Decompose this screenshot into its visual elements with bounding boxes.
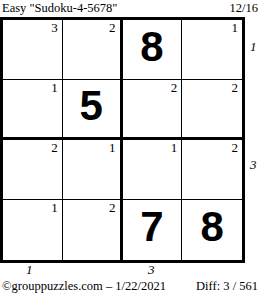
cell-r4c1[interactable]: 1 — [3, 200, 63, 260]
cell-r1c3: 8 — [123, 20, 183, 80]
given-digit: 8 — [123, 20, 182, 79]
cell-r2c3[interactable]: 2 — [123, 80, 183, 140]
cell-r4c4: 8 — [182, 200, 242, 260]
corner-mark: 1 — [171, 140, 178, 155]
corner-mark: 1 — [51, 80, 58, 95]
row-label-1: 1 — [250, 39, 257, 55]
corner-mark: 1 — [51, 200, 58, 215]
col-label-1: 1 — [26, 262, 33, 278]
sudoku-board: 3 2 8 1 1 5 2 2 2 — [0, 17, 245, 263]
titlebar: Easy "Sudoku-4-5678" 12/16 — [0, 1, 260, 17]
corner-mark: 2 — [51, 140, 58, 155]
corner-mark: 3 — [51, 20, 58, 35]
corner-mark: 1 — [109, 140, 116, 155]
given-digit: 7 — [123, 200, 182, 260]
footer: ©grouppuzzles.com – 1/22/2021 Diff: 3 / … — [0, 279, 260, 294]
corner-mark: 1 — [232, 20, 239, 35]
col-labels: 1 3 — [0, 263, 245, 278]
copyright-text: ©grouppuzzles.com – 1/22/2021 — [2, 279, 166, 294]
cell-r1c4[interactable]: 1 — [182, 20, 242, 80]
cell-r1c2[interactable]: 2 — [63, 20, 123, 80]
given-digit: 8 — [182, 200, 242, 260]
corner-mark: 2 — [232, 140, 239, 155]
cell-r2c2: 5 — [63, 80, 123, 140]
corner-mark: 2 — [171, 80, 178, 95]
given-digit: 5 — [63, 80, 120, 137]
puzzle-title: Easy "Sudoku-4-5678" — [2, 1, 117, 15]
cell-counter: 12/16 — [230, 1, 258, 15]
cell-r2c1[interactable]: 1 — [3, 80, 63, 140]
cell-r1c1[interactable]: 3 — [3, 20, 63, 80]
cell-r3c4[interactable]: 2 — [182, 140, 242, 200]
row-labels: 1 3 — [245, 17, 260, 263]
corner-mark: 2 — [109, 20, 116, 35]
cell-r2c4[interactable]: 2 — [182, 80, 242, 140]
row-label-3: 3 — [250, 157, 257, 173]
cell-r3c2[interactable]: 1 — [63, 140, 123, 200]
difficulty-text: Diff: 3 / 561 — [196, 279, 258, 294]
cell-r4c2[interactable]: 2 — [63, 200, 123, 260]
cell-r4c3: 7 — [123, 200, 183, 260]
puzzle-page: Easy "Sudoku-4-5678" 12/16 3 2 8 1 1 5 — [0, 0, 260, 294]
cell-r3c1[interactable]: 2 — [3, 140, 63, 200]
corner-mark: 2 — [232, 80, 239, 95]
corner-mark: 2 — [109, 200, 116, 215]
cell-r3c3[interactable]: 1 — [123, 140, 183, 200]
col-label-3: 3 — [148, 262, 155, 278]
